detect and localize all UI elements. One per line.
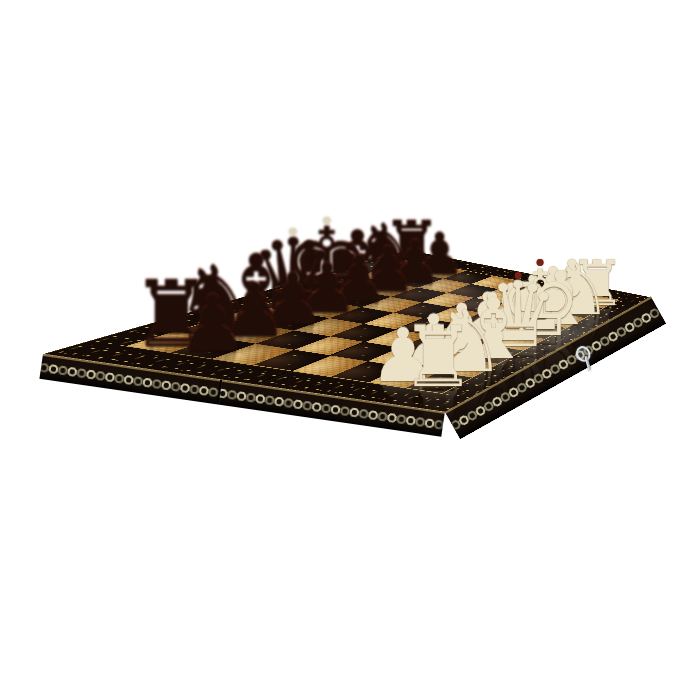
fold-seam-edge-notch xyxy=(216,379,222,404)
finial-dot xyxy=(323,217,330,224)
product-photo-stage: { "game": "chess", "scene": "product pho… xyxy=(0,0,700,700)
finial-dot xyxy=(290,228,297,235)
latch-ring-icon xyxy=(573,343,593,364)
latch-clasp xyxy=(573,343,593,364)
finial-dot xyxy=(537,259,544,266)
